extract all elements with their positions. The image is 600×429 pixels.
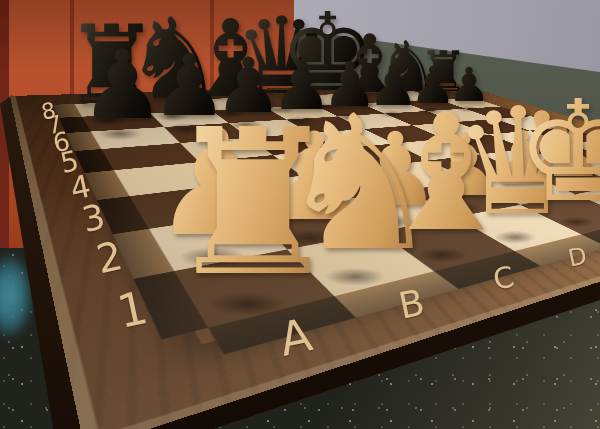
chair-shading: [0, 0, 294, 70]
chess-photo-scene: ABCDE12345678 ♜♞♝♛♚♝♞♜♟♟♟♟♟♟♟♟♟♟♟♟♟♟♟♟♜♞…: [0, 0, 600, 429]
